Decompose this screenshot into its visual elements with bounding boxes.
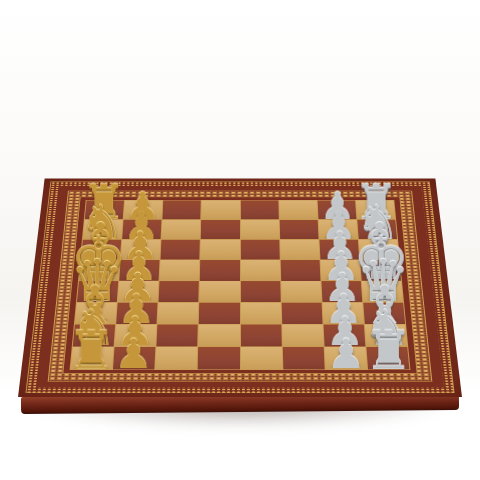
square[interactable] [201,240,240,260]
square[interactable] [240,200,278,219]
square[interactable] [282,324,323,346]
square[interactable] [280,240,319,260]
square[interactable] [156,347,198,370]
square[interactable] [199,302,239,323]
square[interactable] [240,260,279,280]
gold-tooled-band-outer: ♜♟♟♜♞♟♟♞♝♟♟♝♚♟♟♚♛♟♟♛♝♟♟♝♞♟♟♞♜♟♟♜ [25,182,454,394]
square[interactable] [281,281,321,302]
piece-nickel-pawn[interactable]: ♟ [327,336,366,375]
chessboard-grid: ♜♟♟♜♞♟♟♞♝♟♟♝♚♟♟♚♛♟♟♛♝♟♟♝♞♟♟♞♜♟♟♜ [70,200,411,370]
chessboard: ♜♟♟♜♞♟♟♞♝♟♟♝♚♟♟♚♛♟♟♛♝♟♟♝♞♟♟♞♜♟♟♜ [18,179,462,397]
square[interactable]: ♟ [324,347,367,370]
square[interactable]: ♟ [113,347,156,370]
square[interactable] [200,260,239,280]
square[interactable] [200,281,240,302]
square[interactable] [161,240,200,260]
square[interactable] [240,240,279,260]
piece-nickel-rook[interactable]: ♜ [364,327,413,377]
square[interactable] [280,260,320,280]
square[interactable] [202,200,240,219]
piece-brass-pawn[interactable]: ♟ [114,336,153,375]
square[interactable] [158,302,199,323]
square[interactable] [240,220,278,239]
leather-border-inner: ♜♟♟♜♞♟♟♞♝♟♟♝♚♟♟♚♛♟♟♛♝♟♟♝♞♟♟♞♜♟♟♜ [62,197,417,374]
gold-tooled-band-inner: ♜♟♟♜♞♟♟♞♝♟♟♝♚♟♟♚♛♟♟♛♝♟♟♝♞♟♟♞♜♟♟♜ [48,191,433,382]
square[interactable] [240,302,280,323]
leather-border-outer: ♜♟♟♜♞♟♟♞♝♟♟♝♚♟♟♚♛♟♟♛♝♟♟♝♞♟♟♞♜♟♟♜ [18,179,462,397]
square[interactable] [163,200,201,219]
square[interactable] [159,281,199,302]
square[interactable] [162,220,201,239]
leather-border-middle: ♜♟♟♜♞♟♟♞♝♟♟♝♚♟♟♚♛♟♟♛♝♟♟♝♞♟♟♞♜♟♟♜ [36,186,444,388]
square[interactable]: ♜ [366,347,409,370]
square[interactable] [279,200,317,219]
square[interactable] [282,347,324,370]
square[interactable] [240,281,280,302]
square[interactable] [199,324,240,346]
square[interactable] [201,220,239,239]
square[interactable] [160,260,200,280]
piece-brass-rook[interactable]: ♜ [67,327,116,377]
square[interactable] [240,347,281,370]
square[interactable] [198,347,239,370]
chess-set-photo: ♜♟♟♜♞♟♟♞♝♟♟♝♚♟♟♚♛♟♟♛♝♟♟♝♞♟♟♞♜♟♟♜ [0,0,480,480]
square[interactable] [281,302,322,323]
square[interactable] [279,220,318,239]
square[interactable] [240,324,281,346]
square[interactable]: ♜ [71,347,114,370]
square[interactable] [157,324,198,346]
